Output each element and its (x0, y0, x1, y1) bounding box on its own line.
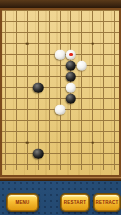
board-intersection[interactable] (76, 93, 87, 104)
board-intersection[interactable] (2, 49, 11, 60)
board-intersection[interactable] (33, 93, 44, 104)
board-intersection[interactable] (44, 82, 55, 93)
board-intersection[interactable] (22, 27, 33, 38)
board-intersection[interactable] (22, 71, 33, 82)
board-intersection[interactable] (87, 93, 98, 104)
app-screen: MENU RESTART RETRACT (0, 0, 121, 215)
board-intersection[interactable] (11, 93, 22, 104)
board-intersection[interactable] (65, 126, 76, 137)
board-intersection[interactable] (11, 115, 22, 126)
board-intersection[interactable] (44, 60, 55, 71)
board-intersection[interactable] (65, 27, 76, 38)
board-intersection[interactable] (98, 27, 109, 38)
board-intersection[interactable] (98, 38, 109, 49)
board-intersection[interactable] (33, 49, 44, 60)
board-intersection[interactable] (11, 49, 22, 60)
black-stone (66, 71, 77, 82)
board-intersection[interactable] (98, 93, 109, 104)
board-intersection[interactable] (76, 16, 87, 27)
board-intersection[interactable] (55, 126, 66, 137)
board-intersection[interactable] (87, 60, 98, 71)
board-intersection[interactable] (55, 82, 66, 93)
board-intersection[interactable] (65, 159, 76, 170)
board-intersection[interactable] (109, 137, 119, 148)
board-intersection[interactable] (87, 49, 98, 60)
board-intersection[interactable] (55, 38, 66, 49)
board-intersection[interactable] (22, 148, 33, 159)
board-intersection[interactable] (33, 82, 44, 93)
top-bar (0, 0, 121, 8)
board-intersection[interactable] (2, 104, 11, 115)
board-intersection[interactable] (33, 148, 44, 159)
board-intersection[interactable] (11, 38, 22, 49)
board-intersection[interactable] (87, 82, 98, 93)
board-intersection[interactable] (55, 49, 66, 60)
board-intersection[interactable] (76, 137, 87, 148)
board-intersection[interactable] (2, 148, 11, 159)
board-intersection[interactable] (44, 126, 55, 137)
board-intersection[interactable] (76, 126, 87, 137)
restart-button[interactable]: RESTART (61, 194, 89, 211)
board-intersection[interactable] (98, 115, 109, 126)
board-intersection[interactable] (33, 27, 44, 38)
board-intersection[interactable] (44, 148, 55, 159)
white-stone (66, 82, 77, 93)
board-intersection[interactable] (2, 27, 11, 38)
board-intersection[interactable] (98, 82, 109, 93)
board-intersection[interactable] (11, 27, 22, 38)
board-intersection[interactable] (11, 16, 22, 27)
board-intersection[interactable] (65, 38, 76, 49)
board-intersection[interactable] (98, 126, 109, 137)
board-intersection[interactable] (22, 38, 33, 49)
black-stone (66, 60, 77, 71)
board-intersection[interactable] (44, 71, 55, 82)
board-intersection[interactable] (33, 38, 44, 49)
board-intersection[interactable] (22, 159, 33, 170)
black-stone (33, 148, 44, 159)
board-intersection[interactable] (87, 137, 98, 148)
board-intersection[interactable] (65, 104, 76, 115)
board-intersection[interactable] (87, 148, 98, 159)
board-intersection[interactable] (44, 159, 55, 170)
board-intersection[interactable] (87, 159, 98, 170)
board-intersection[interactable] (65, 71, 76, 82)
board-intersection[interactable] (11, 137, 22, 148)
board-intersection[interactable] (2, 126, 11, 137)
board-intersection[interactable] (87, 104, 98, 115)
board-intersection[interactable] (65, 82, 76, 93)
board-intersection[interactable] (11, 159, 22, 170)
board-intersection[interactable] (65, 148, 76, 159)
board-intersection[interactable] (76, 27, 87, 38)
board-intersection[interactable] (65, 115, 76, 126)
board-intersection[interactable] (22, 137, 33, 148)
board-intersection[interactable] (22, 115, 33, 126)
board-intersection[interactable] (11, 104, 22, 115)
board-intersection[interactable] (44, 93, 55, 104)
board-intersection[interactable] (76, 159, 87, 170)
star-point (26, 42, 29, 45)
board-intersection[interactable] (55, 137, 66, 148)
board-intersection[interactable] (2, 71, 11, 82)
board-intersection[interactable] (33, 126, 44, 137)
board-intersection[interactable] (98, 71, 109, 82)
board-intersection[interactable] (55, 71, 66, 82)
board-intersection[interactable] (22, 49, 33, 60)
board-intersection[interactable] (98, 16, 109, 27)
board-intersection[interactable] (65, 49, 76, 60)
board-intersection[interactable] (65, 93, 76, 104)
board-intersection[interactable] (87, 38, 98, 49)
board-intersection[interactable] (87, 126, 98, 137)
board-intersection[interactable] (76, 49, 87, 60)
board-intersection[interactable] (76, 115, 87, 126)
black-stone (66, 93, 77, 104)
black-stone (33, 82, 44, 93)
board-intersection[interactable] (33, 115, 44, 126)
board-intersection[interactable] (44, 104, 55, 115)
board-intersection[interactable] (109, 93, 119, 104)
board-intersection[interactable] (2, 115, 11, 126)
board-intersection[interactable] (109, 16, 119, 27)
board-intersection[interactable] (55, 16, 66, 27)
board-intersection[interactable] (109, 27, 119, 38)
board-intersection[interactable] (22, 60, 33, 71)
board-intersection[interactable] (109, 148, 119, 159)
board-intersection[interactable] (76, 104, 87, 115)
board-intersection[interactable] (98, 104, 109, 115)
last-move-marker (69, 53, 72, 56)
go-board (0, 8, 121, 177)
board-intersection[interactable] (87, 71, 98, 82)
board-intersection[interactable] (109, 60, 119, 71)
board-intersection[interactable] (44, 49, 55, 60)
white-stone (77, 60, 88, 71)
board-bottom-edge (0, 177, 121, 181)
board-intersection[interactable] (55, 148, 66, 159)
menu-button[interactable]: MENU (7, 194, 38, 211)
board-grid (2, 10, 119, 170)
board-intersection[interactable] (2, 159, 11, 170)
retract-button[interactable]: RETRACT (94, 194, 120, 211)
board-intersection[interactable] (22, 16, 33, 27)
board-intersection[interactable] (55, 115, 66, 126)
board-intersection[interactable] (98, 137, 109, 148)
board-intersection[interactable] (98, 60, 109, 71)
board-intersection[interactable] (109, 115, 119, 126)
board-intersection[interactable] (44, 137, 55, 148)
board-intersection[interactable] (44, 27, 55, 38)
board-intersection[interactable] (55, 27, 66, 38)
board-intersection[interactable] (87, 16, 98, 27)
board-intersection[interactable] (11, 126, 22, 137)
board-intersection[interactable] (87, 27, 98, 38)
board-intersection[interactable] (65, 16, 76, 27)
board-intersection[interactable] (33, 137, 44, 148)
board-intersection[interactable] (109, 71, 119, 82)
board-intersection[interactable] (109, 104, 119, 115)
white-stone (55, 104, 66, 115)
board-intersection[interactable] (33, 104, 44, 115)
board-intersection[interactable] (11, 71, 22, 82)
board-intersection[interactable] (11, 148, 22, 159)
board-intersection[interactable] (2, 38, 11, 49)
white-stone (66, 49, 77, 60)
board-intersection[interactable] (65, 60, 76, 71)
board-intersection[interactable] (109, 38, 119, 49)
board-intersection[interactable] (22, 93, 33, 104)
board-intersection[interactable] (98, 49, 109, 60)
board-intersection[interactable] (76, 82, 87, 93)
star-point (26, 141, 29, 144)
board-intersection[interactable] (44, 115, 55, 126)
board-intersection[interactable] (109, 49, 119, 60)
board-intersection[interactable] (2, 93, 11, 104)
board-intersection[interactable] (76, 38, 87, 49)
board-intersection[interactable] (55, 93, 66, 104)
board-intersection[interactable] (109, 126, 119, 137)
board-intersection[interactable] (65, 137, 76, 148)
board-intersection[interactable] (109, 82, 119, 93)
board-intersection[interactable] (76, 148, 87, 159)
board-intersection[interactable] (55, 60, 66, 71)
board-intersection[interactable] (33, 16, 44, 27)
board-intersection[interactable] (2, 137, 11, 148)
board-intersection[interactable] (2, 82, 11, 93)
board-intersection[interactable] (33, 159, 44, 170)
board-intersection[interactable] (87, 115, 98, 126)
board-intersection[interactable] (109, 159, 119, 170)
board-intersection[interactable] (33, 60, 44, 71)
board-intersection[interactable] (98, 159, 109, 170)
board-intersection[interactable] (22, 82, 33, 93)
star-point (91, 42, 94, 45)
white-stone (55, 49, 66, 60)
board-intersection[interactable] (22, 104, 33, 115)
board-intersection[interactable] (11, 82, 22, 93)
board-intersection[interactable] (44, 16, 55, 27)
board-intersection[interactable] (98, 148, 109, 159)
board-intersection[interactable] (22, 126, 33, 137)
board-intersection[interactable] (2, 60, 11, 71)
board-intersection[interactable] (76, 71, 87, 82)
board-intersection[interactable] (11, 60, 22, 71)
star-point (91, 141, 94, 144)
board-intersection[interactable] (76, 60, 87, 71)
board-intersection[interactable] (55, 104, 66, 115)
board-intersection[interactable] (44, 38, 55, 49)
board-intersection[interactable] (55, 159, 66, 170)
board-intersection[interactable] (2, 16, 11, 27)
board-intersection[interactable] (33, 71, 44, 82)
board-field (2, 10, 119, 175)
